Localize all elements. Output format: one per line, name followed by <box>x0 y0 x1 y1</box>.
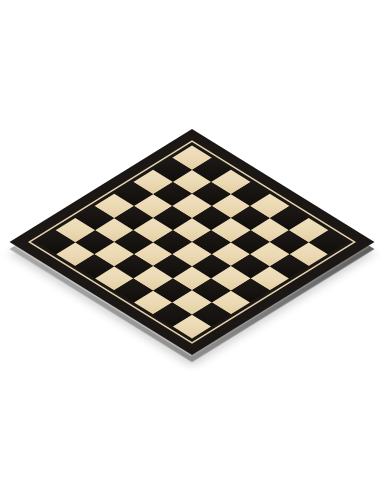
chessboard <box>10 129 375 355</box>
chessboard-product-photo <box>0 0 381 492</box>
playing-field <box>36 146 347 339</box>
